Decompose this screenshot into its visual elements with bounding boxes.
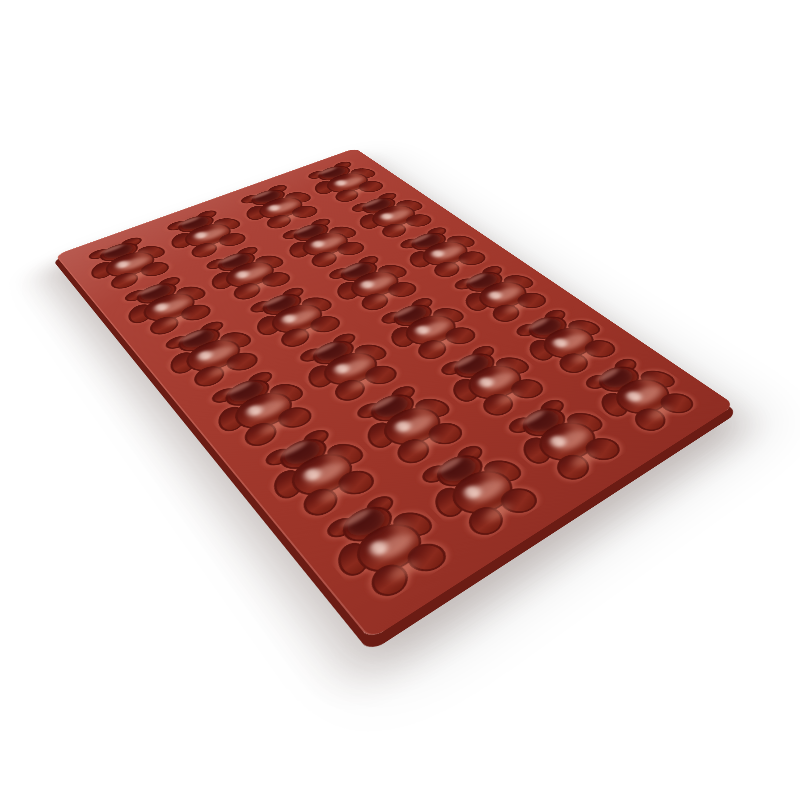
photo-background: [0, 0, 800, 800]
silicone-mold-mat: [55, 148, 735, 640]
